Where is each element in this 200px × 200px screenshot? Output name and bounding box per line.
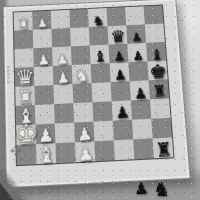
- board-square: [16, 105, 36, 125]
- board-square: [51, 10, 70, 29]
- board-square: [126, 24, 146, 43]
- board-square: [75, 141, 95, 162]
- board-square: [72, 83, 92, 103]
- board-square: [14, 48, 33, 68]
- board-brand-text: CHESS: [6, 65, 11, 84]
- board-square: [35, 124, 55, 145]
- board-square: [69, 9, 88, 28]
- board-square: [109, 44, 129, 64]
- board-playing-area: ♜♟♟♟♟♞♛♜♝♚♟♝♟♟♞♛♟♝♟♟♝♟♚♟♜♟♜: [14, 5, 174, 165]
- board-square: [125, 6, 145, 25]
- board-square: [106, 7, 126, 26]
- board-square: [131, 99, 151, 119]
- board-square: [133, 138, 154, 159]
- board-square: [151, 118, 172, 139]
- board-square: [107, 25, 127, 44]
- board-square: [53, 84, 73, 104]
- board-square: [92, 82, 112, 102]
- board-square: [55, 123, 75, 144]
- board-square: [145, 24, 165, 43]
- board-square: [132, 119, 153, 140]
- board-square: [15, 67, 35, 87]
- board-square: [32, 11, 51, 30]
- board-square: [94, 140, 115, 161]
- board-square: [14, 12, 33, 31]
- board-square: [92, 101, 112, 121]
- board-square: [73, 102, 93, 122]
- board-square: [91, 63, 111, 83]
- board-square: [110, 62, 130, 82]
- board-square: [113, 120, 134, 141]
- board-border-marks: · · · · ·: [32, 166, 167, 178]
- board-square: [74, 122, 94, 143]
- board-square: [34, 85, 54, 105]
- board-square: [111, 81, 131, 101]
- board-square: [112, 100, 132, 120]
- board-square: [70, 27, 90, 46]
- board-square: [88, 8, 108, 27]
- board-square: [89, 26, 109, 45]
- photo-corner-shadow: [0, 170, 34, 200]
- board-square: [71, 46, 91, 66]
- board-square: [53, 65, 73, 85]
- board-square: [72, 64, 92, 84]
- board-square: [130, 80, 150, 100]
- board-square: [146, 42, 166, 62]
- board-square: [153, 137, 174, 158]
- captured-piece-black-knight: ♞: [153, 180, 171, 200]
- chess-board: ♜♟♟♟♟♞♛♜♝♚♟♝♟♟♞♛♟♝♟♟♝♟♚♟♜♟♜ ✣ CHESS · · …: [3, 0, 191, 188]
- board-square: [55, 142, 75, 163]
- board-square: [36, 143, 56, 164]
- board-square: [147, 61, 167, 81]
- board-square: [90, 45, 110, 65]
- board-square: [33, 29, 52, 48]
- board-square: [114, 139, 135, 160]
- board-square: [34, 66, 54, 86]
- board-square: [150, 98, 171, 118]
- board-square: [33, 47, 52, 67]
- board-square: [15, 86, 35, 106]
- board-square: [52, 46, 72, 66]
- board-square: [54, 103, 74, 123]
- board-square: [93, 121, 113, 142]
- board-square: [35, 104, 55, 124]
- board-square: [149, 79, 169, 99]
- captured-piece-black-pawn: ♟: [133, 181, 148, 198]
- board-square: [127, 43, 147, 63]
- board-square: [14, 30, 33, 49]
- board-square: [51, 28, 70, 47]
- board-corner-emblem: ✣: [10, 142, 22, 158]
- board-square: [128, 61, 148, 81]
- board-square: [144, 5, 164, 24]
